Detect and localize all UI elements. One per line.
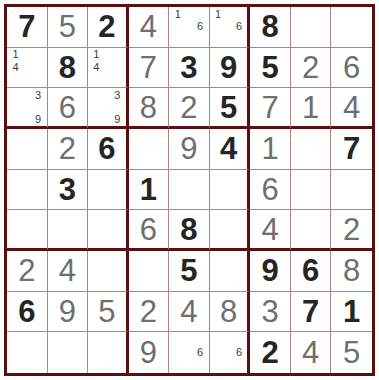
pencil-mark: [32, 101, 43, 113]
given-digit: 4: [220, 133, 237, 164]
pencil-mark: [172, 333, 183, 346]
cell-r4c6[interactable]: 4: [210, 129, 251, 170]
cell-r1c2[interactable]: 5: [48, 7, 89, 48]
pencil-mark: [21, 113, 32, 125]
cell-r1c7[interactable]: 8: [250, 7, 291, 48]
given-digit: 2: [261, 337, 278, 368]
pencil-mark: [10, 89, 21, 101]
cell-r2c7[interactable]: 5: [250, 48, 291, 89]
pencil-mark-grid: 16: [213, 8, 245, 46]
pencil-mark: 1: [91, 49, 102, 62]
solved-digit: 8: [140, 92, 157, 123]
pencil-mark: 3: [32, 89, 43, 101]
cell-r7c8[interactable]: 6: [291, 251, 332, 292]
cell-r2c4[interactable]: 7: [129, 48, 170, 89]
sudoku-board: 7524161681481473952639639825714269417316…: [4, 4, 375, 376]
given-digit: 7: [343, 133, 360, 164]
solved-digit: 5: [343, 337, 360, 368]
pencil-mark: [172, 21, 183, 34]
pencil-mark: [21, 49, 32, 62]
cell-r5c9[interactable]: [331, 170, 372, 211]
pencil-mark: 6: [195, 346, 206, 359]
pencil-mark: [213, 21, 224, 34]
cell-r4c2[interactable]: 2: [48, 129, 89, 170]
cell-r5c1[interactable]: [7, 170, 48, 211]
pencil-mark: [10, 74, 21, 87]
pencil-mark: [223, 33, 234, 46]
pencil-mark: [21, 74, 32, 87]
pencil-mark: 4: [91, 61, 102, 74]
cell-r4c7[interactable]: 1: [250, 129, 291, 170]
pencil-mark: [172, 359, 183, 372]
pencil-mark: [183, 21, 194, 34]
solved-digit: 4: [140, 11, 157, 42]
given-digit: 9: [220, 52, 237, 83]
pencil-mark: 1: [213, 8, 224, 21]
given-digit: 7: [18, 11, 35, 42]
cell-r9c8[interactable]: 4: [291, 332, 332, 373]
solved-digit: 5: [98, 296, 115, 327]
cell-r6c7[interactable]: 4: [250, 210, 291, 251]
solved-digit: 7: [261, 92, 278, 123]
cell-r4c4[interactable]: [129, 129, 170, 170]
solved-digit: 8: [343, 255, 360, 286]
solved-digit: 2: [180, 92, 197, 123]
cell-r5c7[interactable]: 6: [250, 170, 291, 211]
pencil-mark: [234, 333, 245, 346]
cell-r1c8[interactable]: [291, 7, 332, 48]
given-digit: 5: [180, 255, 197, 286]
cell-r6c9[interactable]: 2: [331, 210, 372, 251]
solved-digit: 3: [261, 296, 278, 327]
cell-r1c6[interactable]: 16: [210, 7, 251, 48]
pencil-mark: [112, 101, 123, 113]
cell-r7c1[interactable]: 2: [7, 251, 48, 292]
given-digit: 1: [343, 296, 360, 327]
cell-r2c6[interactable]: 9: [210, 48, 251, 89]
cell-r3c9[interactable]: 4: [331, 88, 372, 129]
cell-r8c6[interactable]: 8: [210, 292, 251, 333]
cell-r5c3[interactable]: [88, 170, 129, 211]
solved-digit: 4: [261, 214, 278, 245]
pencil-mark: [21, 61, 32, 74]
pencil-mark: [91, 101, 102, 113]
cell-r4c1[interactable]: [7, 129, 48, 170]
pencil-mark: [183, 359, 194, 372]
cell-r3c3[interactable]: 39: [88, 88, 129, 129]
pencil-mark: [213, 359, 224, 372]
pencil-mark: 3: [112, 89, 123, 101]
cell-r9c7[interactable]: 2: [250, 332, 291, 373]
given-digit: 1: [140, 174, 157, 205]
cell-r8c9[interactable]: 1: [331, 292, 372, 333]
cell-r8c2[interactable]: 9: [48, 292, 89, 333]
pencil-mark-grid: 14: [10, 49, 44, 87]
pencil-mark: [172, 33, 183, 46]
solved-digit: 4: [302, 337, 319, 368]
pencil-mark: [91, 113, 102, 125]
cell-r3c1[interactable]: 39: [7, 88, 48, 129]
pencil-mark: 4: [10, 61, 21, 74]
solved-digit: 4: [180, 296, 197, 327]
cell-r6c6[interactable]: [210, 210, 251, 251]
pencil-mark: 1: [10, 49, 21, 62]
cell-r3c8[interactable]: 1: [291, 88, 332, 129]
pencil-mark: [32, 49, 43, 62]
solved-digit: 9: [180, 133, 197, 164]
solved-digit: 1: [261, 133, 278, 164]
cell-r5c4[interactable]: 1: [129, 170, 170, 211]
cell-r2c5[interactable]: 3: [169, 48, 210, 89]
solved-digit: 6: [59, 92, 76, 123]
given-digit: 6: [98, 133, 115, 164]
solved-digit: 9: [140, 337, 157, 368]
pencil-mark: [234, 359, 245, 372]
cell-r6c4[interactable]: 6: [129, 210, 170, 251]
cell-r4c3[interactable]: 6: [88, 129, 129, 170]
cell-r9c9[interactable]: 5: [331, 332, 372, 373]
cell-r4c8[interactable]: [291, 129, 332, 170]
pencil-mark: [21, 101, 32, 113]
given-digit: 3: [180, 52, 197, 83]
cell-r1c4[interactable]: 4: [129, 7, 170, 48]
cell-r3c6[interactable]: 5: [210, 88, 251, 129]
solved-digit: 2: [59, 133, 76, 164]
solved-digit: 2: [140, 296, 157, 327]
cell-r8c1[interactable]: 6: [7, 292, 48, 333]
pencil-mark: [195, 33, 206, 46]
pencil-mark-grid: 6: [213, 333, 245, 372]
solved-digit: 2: [18, 255, 35, 286]
cell-r1c3[interactable]: 2: [88, 7, 129, 48]
sudoku-page: 7524161681481473952639639825714269417316…: [0, 0, 379, 380]
pencil-mark-grid: 6: [172, 333, 206, 372]
cell-r4c5[interactable]: 9: [169, 129, 210, 170]
cell-r1c5[interactable]: 16: [169, 7, 210, 48]
pencil-mark: [102, 89, 113, 101]
pencil-mark: [102, 113, 113, 125]
cell-r5c8[interactable]: [291, 170, 332, 211]
cell-r8c7[interactable]: 3: [250, 292, 291, 333]
cell-r9c2[interactable]: [48, 332, 89, 373]
cell-r6c2[interactable]: [48, 210, 89, 251]
solved-digit: 1: [302, 92, 319, 123]
cell-r3c4[interactable]: 8: [129, 88, 170, 129]
solved-digit: 2: [302, 52, 319, 83]
cell-r7c9[interactable]: 8: [331, 251, 372, 292]
solved-digit: 6: [343, 52, 360, 83]
pencil-mark: [172, 346, 183, 359]
cell-r1c1[interactable]: 7: [7, 7, 48, 48]
cell-r2c2[interactable]: 8: [48, 48, 89, 89]
pencil-mark: [213, 333, 224, 346]
cell-r3c2[interactable]: 6: [48, 88, 89, 129]
pencil-mark: 9: [112, 113, 123, 125]
solved-digit: 9: [59, 296, 76, 327]
pencil-mark-grid: 39: [91, 89, 123, 125]
pencil-mark: [32, 74, 43, 87]
cell-r2c8[interactable]: 2: [291, 48, 332, 89]
solved-digit: 4: [343, 92, 360, 123]
given-digit: 8: [59, 52, 76, 83]
pencil-mark: [91, 89, 102, 101]
given-digit: 7: [302, 296, 319, 327]
pencil-mark-grid: 16: [172, 8, 206, 46]
cell-r9c1[interactable]: [7, 332, 48, 373]
pencil-mark: 9: [32, 113, 43, 125]
pencil-mark: [223, 333, 234, 346]
pencil-mark: [223, 359, 234, 372]
cell-r2c1[interactable]: 14: [7, 48, 48, 89]
cell-r3c7[interactable]: 7: [250, 88, 291, 129]
cell-r7c7[interactable]: 9: [250, 251, 291, 292]
given-digit: 5: [261, 52, 278, 83]
pencil-mark: [223, 8, 234, 21]
pencil-mark-grid: 14: [91, 49, 123, 87]
solved-digit: 6: [261, 174, 278, 205]
pencil-mark: [102, 61, 113, 74]
pencil-mark: [234, 8, 245, 21]
solved-digit: 6: [140, 214, 157, 245]
cell-r9c6[interactable]: 6: [210, 332, 251, 373]
pencil-mark: [223, 346, 234, 359]
cell-r5c6[interactable]: [210, 170, 251, 211]
pencil-mark: [234, 33, 245, 46]
given-digit: 2: [98, 11, 115, 42]
pencil-mark-grid: 39: [10, 89, 44, 125]
pencil-mark: [112, 74, 123, 87]
given-digit: 6: [18, 296, 35, 327]
cell-r6c5[interactable]: 8: [169, 210, 210, 251]
pencil-mark: [102, 74, 113, 87]
pencil-mark: [32, 61, 43, 74]
pencil-mark: 6: [195, 21, 206, 34]
solved-digit: 4: [59, 255, 76, 286]
cell-r5c5[interactable]: [169, 170, 210, 211]
given-digit: 9: [261, 255, 278, 286]
cell-r7c5[interactable]: 5: [169, 251, 210, 292]
cell-r7c4[interactable]: [129, 251, 170, 292]
pencil-mark: [91, 74, 102, 87]
cell-r5c2[interactable]: 3: [48, 170, 89, 211]
pencil-mark: [102, 49, 113, 62]
cell-r6c8[interactable]: [291, 210, 332, 251]
given-digit: 3: [59, 174, 76, 205]
given-digit: 8: [180, 214, 197, 245]
solved-digit: 2: [343, 214, 360, 245]
pencil-mark: [183, 333, 194, 346]
pencil-mark: [102, 101, 113, 113]
cell-r6c1[interactable]: [7, 210, 48, 251]
cell-r7c3[interactable]: [88, 251, 129, 292]
cell-r8c4[interactable]: 2: [129, 292, 170, 333]
pencil-mark: [183, 346, 194, 359]
cell-r2c3[interactable]: 14: [88, 48, 129, 89]
given-digit: 8: [261, 11, 278, 42]
pencil-mark: [223, 21, 234, 34]
pencil-mark: [10, 113, 21, 125]
pencil-mark: [195, 333, 206, 346]
solved-digit: 7: [140, 52, 157, 83]
pencil-mark: [183, 8, 194, 21]
cell-r7c2[interactable]: 4: [48, 251, 89, 292]
pencil-mark: [183, 33, 194, 46]
cell-r8c8[interactable]: 7: [291, 292, 332, 333]
pencil-mark: 1: [172, 8, 183, 21]
pencil-mark: [112, 49, 123, 62]
cell-r6c3[interactable]: [88, 210, 129, 251]
pencil-mark: [195, 8, 206, 21]
pencil-mark: [213, 33, 224, 46]
pencil-mark: 6: [234, 21, 245, 34]
cell-r2c9[interactable]: 6: [331, 48, 372, 89]
pencil-mark: [21, 89, 32, 101]
pencil-mark: [195, 359, 206, 372]
pencil-mark: [112, 61, 123, 74]
pencil-mark: [10, 101, 21, 113]
solved-digit: 8: [220, 296, 237, 327]
cell-r8c5[interactable]: 4: [169, 292, 210, 333]
pencil-mark: 6: [234, 346, 245, 359]
cell-r9c3[interactable]: [88, 332, 129, 373]
cell-r4c9[interactable]: 7: [331, 129, 372, 170]
solved-digit: 5: [59, 11, 76, 42]
pencil-mark: [213, 346, 224, 359]
cell-r7c6[interactable]: [210, 251, 251, 292]
given-digit: 5: [220, 92, 237, 123]
cell-r3c5[interactable]: 2: [169, 88, 210, 129]
cell-r8c3[interactable]: 5: [88, 292, 129, 333]
given-digit: 6: [302, 255, 319, 286]
cell-r1c9[interactable]: [331, 7, 372, 48]
cell-r9c4[interactable]: 9: [129, 332, 170, 373]
cell-r9c5[interactable]: 6: [169, 332, 210, 373]
